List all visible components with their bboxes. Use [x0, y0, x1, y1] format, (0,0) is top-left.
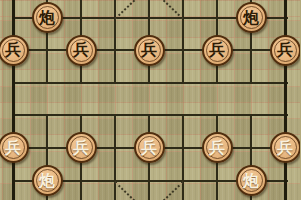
piece-bottom-soldier[interactable]: 兵: [202, 132, 233, 163]
grid-line-file: [182, 0, 184, 84]
piece-bottom-cannon[interactable]: 炮: [236, 165, 267, 196]
grid-line-rank: [12, 114, 288, 116]
palace-diagonal: [114, 181, 149, 200]
piece-character: 兵: [209, 42, 225, 58]
piece-top-soldier[interactable]: 兵: [134, 35, 165, 66]
piece-bottom-soldier[interactable]: 兵: [66, 132, 97, 163]
piece-top-soldier[interactable]: 兵: [270, 35, 301, 66]
piece-bottom-soldier[interactable]: 兵: [270, 132, 301, 163]
grid-line-file: [114, 0, 116, 84]
piece-bottom-soldier[interactable]: 兵: [0, 132, 29, 163]
board-border-left: [12, 0, 15, 200]
grid-line-rank: [12, 82, 288, 84]
piece-character: 炮: [39, 10, 55, 26]
piece-character: 兵: [141, 42, 157, 58]
piece-top-cannon[interactable]: 炮: [236, 2, 267, 33]
piece-character: 兵: [277, 140, 293, 156]
piece-top-cannon[interactable]: 炮: [32, 2, 63, 33]
piece-character: 兵: [141, 140, 157, 156]
grid-line-file: [182, 114, 184, 200]
piece-bottom-cannon[interactable]: 炮: [32, 165, 63, 196]
grid-line-file: [114, 114, 116, 200]
piece-character: 兵: [5, 140, 21, 156]
piece-bottom-soldier[interactable]: 兵: [134, 132, 165, 163]
piece-character: 炮: [243, 10, 259, 26]
piece-character: 兵: [277, 42, 293, 58]
piece-character: 兵: [73, 140, 89, 156]
piece-top-soldier[interactable]: 兵: [0, 35, 29, 66]
palace-diagonal: [148, 181, 183, 200]
piece-character: 炮: [243, 173, 259, 189]
board-border-right: [284, 0, 287, 200]
xiangqi-board[interactable]: 炮炮兵兵兵兵兵兵兵兵兵兵炮炮: [0, 0, 300, 200]
piece-character: 炮: [39, 173, 55, 189]
piece-top-soldier[interactable]: 兵: [202, 35, 233, 66]
piece-character: 兵: [73, 42, 89, 58]
piece-top-soldier[interactable]: 兵: [66, 35, 97, 66]
piece-character: 兵: [209, 140, 225, 156]
piece-character: 兵: [5, 42, 21, 58]
